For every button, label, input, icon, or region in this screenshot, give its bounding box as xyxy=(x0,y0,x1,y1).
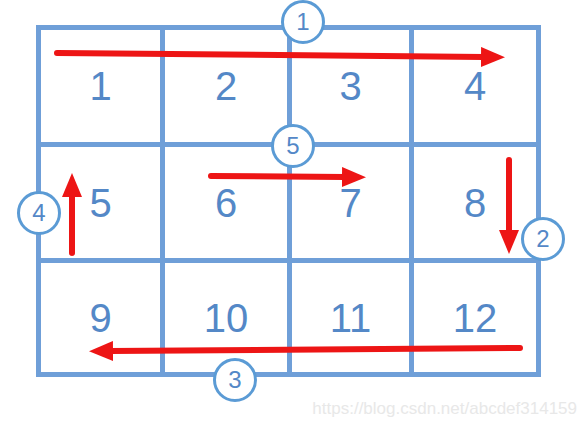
grid-cell: 12 xyxy=(414,263,536,372)
watermark-url: https://blog.csdn.net/abcdef314159 xyxy=(312,399,577,419)
step-marker-5: 5 xyxy=(271,124,315,168)
grid-cell: 10 xyxy=(165,263,292,372)
step-marker-2: 2 xyxy=(521,217,565,261)
step-marker-3: 3 xyxy=(213,358,257,402)
spiral-traversal-diagram: 1 2 3 4 5 6 7 8 9 10 11 12 1 2 3 4 5 htt… xyxy=(0,0,583,422)
grid-cell: 3 xyxy=(292,30,414,147)
step-marker-1: 1 xyxy=(281,0,325,44)
step-marker-4: 4 xyxy=(17,191,61,235)
grid-cell: 4 xyxy=(414,30,536,147)
grid-cell: 7 xyxy=(292,147,414,263)
grid-cell: 2 xyxy=(165,30,292,147)
grid-cell: 6 xyxy=(165,147,292,263)
grid-cell: 1 xyxy=(41,30,165,147)
grid-cell: 8 xyxy=(414,147,536,263)
matrix-grid: 1 2 3 4 5 6 7 8 9 10 11 12 xyxy=(36,25,541,377)
grid-cell: 11 xyxy=(292,263,414,372)
grid-cell: 9 xyxy=(41,263,165,372)
